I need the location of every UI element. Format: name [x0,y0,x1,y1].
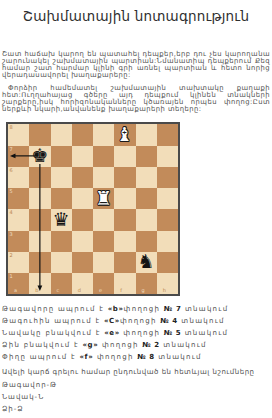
square-g2: ♞ [136,252,157,273]
rank-label-7: 7 [10,147,13,152]
location-text: տնակում [181,329,228,337]
square-c3 [51,231,72,252]
square-a3: 3 [8,231,29,252]
abbreviation-2: Նավակ-Ն [2,391,272,403]
square-d7 [72,146,93,167]
abbreviation-3: Ձի-Ձ [2,403,272,415]
square-f8: ♝ [114,124,135,145]
square-c6 [51,167,72,188]
location-highlight: «g» [83,341,99,349]
location-text: փողոցի [93,353,137,361]
square-f4 [114,209,135,230]
location-text: Թագավորը ապրում է [2,305,108,313]
piece-location-3: Նավակը բնակվում է «e» փողոցի № 5 տնակում [2,328,272,340]
square-a4: 4 [8,209,29,230]
square-g6 [136,167,157,188]
black-queen: ♛ [53,210,70,230]
square-d4 [72,209,93,230]
file-label-h: h [163,288,166,293]
square-g3 [136,231,157,252]
square-f6 [114,167,135,188]
square-g4 [136,209,157,230]
square-b4 [29,209,50,230]
square-f3 [114,231,135,252]
location-text: փողոցի [120,317,160,325]
square-a1: 1a [8,273,29,294]
square-d2 [72,252,93,273]
black-king: ♚ [31,146,48,166]
notation-intro: Ավելի կարճ գրելու համար ընդունված են հետ… [2,366,272,378]
square-a5: 5 [8,188,29,209]
white-rook: ♜ [95,189,112,209]
square-b7: ♚ [29,146,50,167]
location-highlight: № 7 [164,305,182,313]
square-h6 [157,167,178,188]
square-e2 [93,252,114,273]
square-b3 [29,231,50,252]
square-d6 [72,167,93,188]
square-e1: e [93,273,114,294]
piece-location-5: Փիղը ապրում է «f» փողոցի № 8 տնակում [2,352,272,364]
square-g5 [136,188,157,209]
square-c7 [51,146,72,167]
square-g8 [136,124,157,145]
location-text: տնակում [160,341,207,349]
file-label-a: a [14,288,17,293]
rank-label-8: 8 [10,125,13,130]
square-a8: 8 [8,124,29,145]
paragraph-2: Փորձիր համեմատել շախմատային տախտակը քաղա… [2,85,270,114]
white-bishop: ♝ [116,125,133,145]
square-c1: c [51,273,72,294]
location-highlight: «e» [104,329,120,337]
piece-location-2: Թագուհին ապրում է «C»փողոցի № 4 տնակում [2,316,272,328]
square-c2 [51,252,72,273]
square-f7 [114,146,135,167]
square-c8 [51,124,72,145]
piece-locations-list: Թագավորը ապրում է «b»փողոցի № 7 տնակումԹ… [2,304,272,364]
square-g7 [136,146,157,167]
file-label-b: b [35,288,38,293]
page-title: Շախմատային նոտագրություն [2,8,270,24]
location-highlight: № 8 [137,353,155,361]
location-text: Փիղը ապրում է [2,353,79,361]
square-b6 [29,167,50,188]
square-b2 [29,252,50,273]
square-e5: ♜ [93,188,114,209]
location-text: փողոցի [124,305,164,313]
black-knight: ♞ [138,252,155,272]
rank-label-5: 5 [10,189,13,194]
rank-label-6: 6 [10,168,13,173]
square-h2 [157,252,178,273]
square-d3 [72,231,93,252]
location-text: փողոցի [98,341,142,349]
location-text: Նավակը բնակվում է [2,329,104,337]
rank-label-4: 4 [10,210,13,215]
square-b1: b [29,273,50,294]
square-e8 [93,124,114,145]
square-a2: 2 [8,252,29,273]
file-label-f: f [120,288,122,293]
location-highlight: «b» [108,305,124,313]
location-text: տնակում [181,305,228,313]
location-highlight: № 4 [160,317,178,325]
square-c5 [51,188,72,209]
abbreviations-list: Թագավոր-ԹՆավակ-ՆՁի-Ձ [2,379,272,416]
square-f1: f [114,273,135,294]
rank-label-1: 1 [10,274,13,279]
file-label-d: d [78,288,81,293]
square-e4 [93,209,114,230]
square-g1: g [136,273,157,294]
paragraph-1: Շատ հաճախ կարող են պատահել դեպքեր,երբ դո… [2,51,270,80]
location-highlight: «f» [79,353,93,361]
file-label-e: e [99,288,102,293]
square-f2 [114,252,135,273]
rank-label-3: 3 [10,232,13,237]
square-b5 [29,188,50,209]
square-a7: 7 [8,146,29,167]
square-h4 [157,209,178,230]
document-page: Շախմատային նոտագրություն Շատ հաճախ կարող… [0,8,272,418]
square-h5 [157,188,178,209]
square-a6: 6 [8,167,29,188]
abbreviation-1: Թագավոր-Թ [2,379,272,391]
square-d1: d [72,273,93,294]
location-text: Թագուհին ապրում է [2,317,104,325]
location-text: տնակում [178,317,225,325]
file-label-c: c [57,288,60,293]
square-e6 [93,167,114,188]
square-d5 [72,188,93,209]
square-b8 [29,124,50,145]
location-text: փողոցի [120,329,164,337]
square-e3 [93,231,114,252]
square-e7 [93,146,114,167]
piece-location-1: Թագավորը ապրում է «b»փողոցի № 7 տնակում [2,304,272,316]
square-h8 [157,124,178,145]
square-f5 [114,188,135,209]
location-highlight: № 5 [164,329,182,337]
location-highlight: «C» [104,317,120,325]
square-h1: h [157,273,178,294]
square-h3 [157,231,178,252]
location-text: Ձին բնակվում է [2,341,83,349]
file-label-g: g [142,288,145,293]
square-d8 [72,124,93,145]
rank-label-2: 2 [10,253,13,258]
location-highlight: № 2 [142,341,160,349]
square-c4: ♛ [51,209,72,230]
square-h7 [157,146,178,167]
location-text: տնակում [155,353,202,361]
chess-board: 8♝7♚65♜4♛32♞1abcdefgh [6,122,180,296]
piece-location-4: Ձին բնակվում է «g» փողոցի № 2 տնակում [2,340,272,352]
board-grid: 8♝7♚65♜4♛32♞1abcdefgh [8,124,178,294]
